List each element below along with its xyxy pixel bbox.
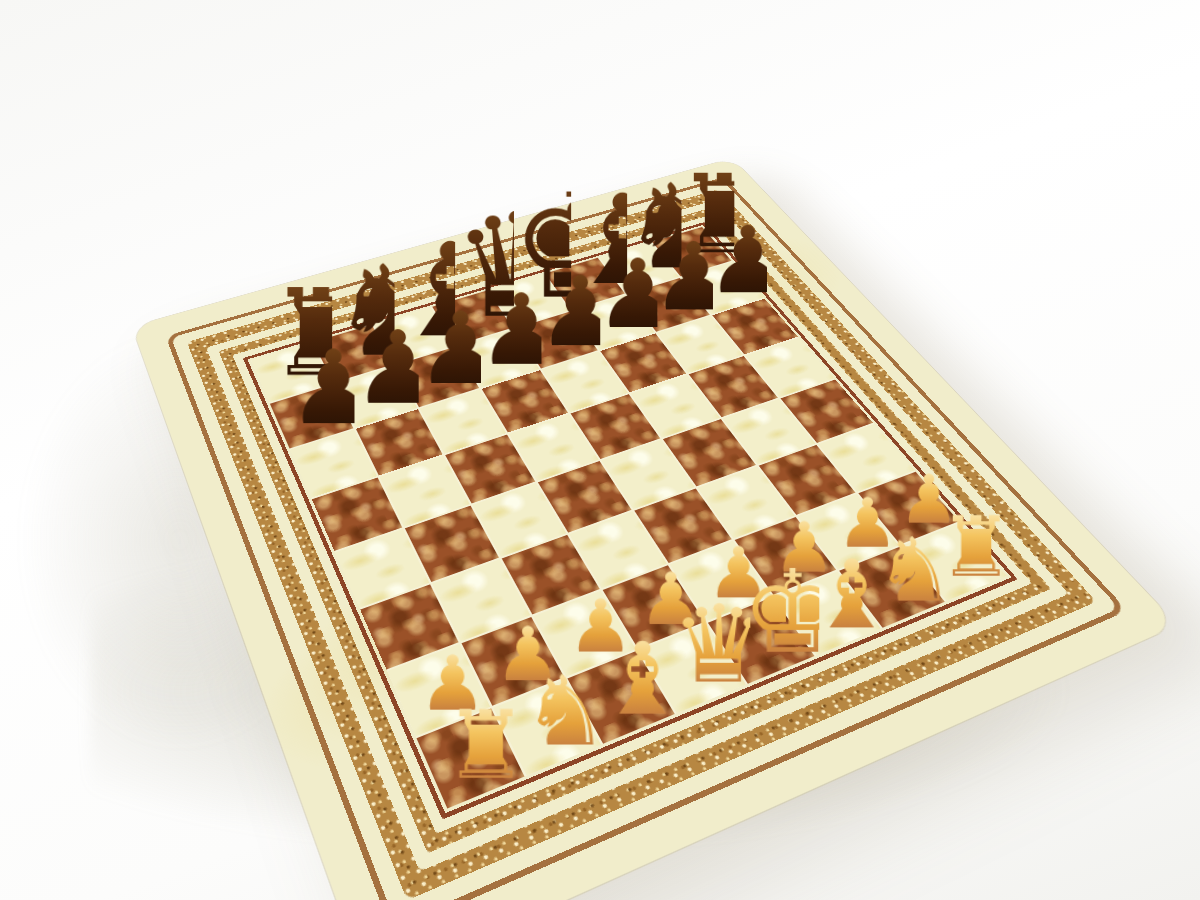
photo-stage: ♜♞♝♛♚♝♞♜♟♟♟♟♟♟♟♟♟♟♟♟♟♟♟♟♜♞♝♛♚♝♞♜ <box>0 0 1200 900</box>
square-b5[interactable] <box>380 456 470 527</box>
squares-grid: ♜♞♝♛♚♝♞♜♟♟♟♟♟♟♟♟♟♟♟♟♟♟♟♟♜♞♝♛♚♝♞♜ <box>251 227 1007 809</box>
border-stripe-outer: ♜♞♝♛♚♝♞♜♟♟♟♟♟♟♟♟♟♟♟♟♟♟♟♟♜♞♝♛♚♝♞♜ <box>187 189 1097 900</box>
border-line-outer: ♜♞♝♛♚♝♞♜♟♟♟♟♟♟♟♟♟♟♟♟♟♟♟♟♜♞♝♛♚♝♞♜ <box>165 177 1127 900</box>
piece-white-rook-a1[interactable]: ♜ <box>444 699 528 793</box>
border-gap-inner: ♜♞♝♛♚♝♞♜♟♟♟♟♟♟♟♟♟♟♟♟♟♟♟♟♜♞♝♛♚♝♞♜ <box>232 216 1032 834</box>
perspective-container: ♜♞♝♛♚♝♞♜♟♟♟♟♟♟♟♟♟♟♟♟♟♟♟♟♜♞♝♛♚♝♞♜ <box>0 0 1200 900</box>
piece-white-knight-b1[interactable]: ♞ <box>522 663 604 760</box>
border-line-inner: ♜♞♝♛♚♝♞♜♟♟♟♟♟♟♟♟♟♟♟♟♟♟♟♟♜♞♝♛♚♝♞♜ <box>243 222 1018 819</box>
border-stripe-inner: ♜♞♝♛♚♝♞♜♟♟♟♟♟♟♟♟♟♟♟♟♟♟♟♟♜♞♝♛♚♝♞♜ <box>219 208 1052 854</box>
squares-margin: ♜♞♝♛♚♝♞♜♟♟♟♟♟♟♟♟♟♟♟♟♟♟♟♟♜♞♝♛♚♝♞♜ <box>247 225 1011 813</box>
border-gap-outer: ♜♞♝♛♚♝♞♜♟♟♟♟♟♟♟♟♟♟♟♟♟♟♟♟♜♞♝♛♚♝♞♜ <box>171 180 1120 900</box>
border-gap-middle: ♜♞♝♛♚♝♞♜♟♟♟♟♟♟♟♟♟♟♟♟♟♟♟♟♜♞♝♛♚♝♞♜ <box>206 200 1069 871</box>
piece-white-bishop-c1[interactable]: ♝ <box>598 629 679 729</box>
piece-black-pawn-a7[interactable]: ♟ <box>288 337 355 439</box>
chess-board: ♜♞♝♛♚♝♞♜♟♟♟♟♟♟♟♟♟♟♟♟♟♟♟♟♜♞♝♛♚♝♞♜ <box>132 158 1178 900</box>
board-base: ♜♞♝♛♚♝♞♜♟♟♟♟♟♟♟♟♟♟♟♟♟♟♟♟♜♞♝♛♚♝♞♜ <box>132 158 1178 900</box>
